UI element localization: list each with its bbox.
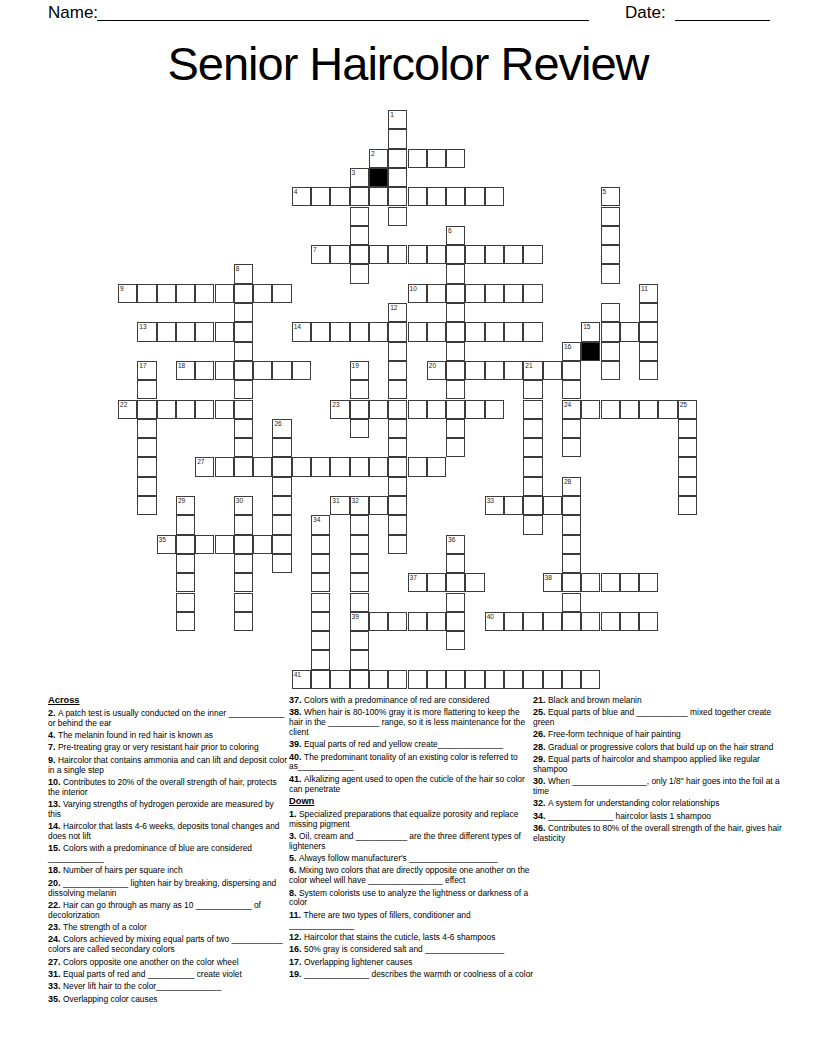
grid-cell[interactable]	[581, 670, 600, 689]
grid-cell[interactable]	[446, 400, 465, 419]
grid-cell[interactable]	[446, 612, 465, 631]
grid-cell[interactable]	[388, 535, 407, 554]
grid-cell[interactable]	[446, 573, 465, 592]
grid-cell[interactable]: 38	[543, 573, 562, 592]
grid-cell[interactable]	[350, 650, 369, 669]
grid-cell[interactable]	[195, 284, 214, 303]
grid-cell[interactable]	[446, 187, 465, 206]
grid-cell[interactable]	[523, 284, 542, 303]
grid-cell[interactable]: 11	[639, 284, 658, 303]
grid-cell[interactable]	[157, 400, 176, 419]
grid-cell[interactable]	[581, 400, 600, 419]
grid-cell[interactable]	[388, 342, 407, 361]
grid-cell[interactable]	[350, 207, 369, 226]
grid-cell[interactable]: 29	[176, 496, 195, 515]
grid-cell[interactable]	[427, 322, 446, 341]
grid-cell[interactable]	[446, 593, 465, 612]
grid-cell[interactable]	[639, 573, 658, 592]
grid-cell[interactable]	[137, 457, 156, 476]
grid-cell[interactable]	[465, 322, 484, 341]
grid-cell[interactable]	[388, 400, 407, 419]
grid-cell[interactable]: 24	[562, 400, 581, 419]
grid-cell[interactable]	[369, 496, 388, 515]
grid-cell[interactable]	[350, 573, 369, 592]
grid-cell[interactable]	[523, 400, 542, 419]
grid-cell[interactable]	[369, 457, 388, 476]
grid-cell[interactable]	[562, 573, 581, 592]
grid-cell[interactable]	[523, 380, 542, 399]
grid-cell[interactable]	[601, 400, 620, 419]
grid-cell[interactable]: 21	[523, 361, 542, 380]
grid-cell[interactable]	[137, 419, 156, 438]
grid-cell[interactable]	[427, 612, 446, 631]
grid-cell[interactable]	[408, 612, 427, 631]
grid-cell[interactable]: 34	[311, 515, 330, 534]
grid-cell[interactable]	[292, 361, 311, 380]
grid-cell[interactable]	[446, 149, 465, 168]
grid-cell[interactable]	[601, 264, 620, 283]
grid-cell[interactable]	[523, 612, 542, 631]
grid-cell[interactable]	[253, 535, 272, 554]
grid-cell[interactable]	[427, 400, 446, 419]
grid-cell[interactable]: 26	[272, 419, 291, 438]
grid-cell[interactable]: 40	[485, 612, 504, 631]
grid-cell[interactable]	[485, 322, 504, 341]
grid-cell[interactable]	[176, 322, 195, 341]
grid-cell[interactable]	[234, 400, 253, 419]
grid-cell[interactable]	[350, 400, 369, 419]
grid-cell[interactable]	[311, 593, 330, 612]
grid-cell[interactable]	[176, 535, 195, 554]
grid-cell[interactable]	[272, 361, 291, 380]
grid-cell[interactable]	[523, 515, 542, 534]
grid-cell[interactable]	[195, 361, 214, 380]
grid-cell[interactable]	[465, 573, 484, 592]
grid-cell[interactable]	[176, 515, 195, 534]
grid-cell[interactable]	[350, 554, 369, 573]
grid-cell[interactable]	[485, 361, 504, 380]
grid-cell[interactable]	[195, 322, 214, 341]
grid-cell[interactable]	[620, 612, 639, 631]
grid-cell[interactable]	[427, 187, 446, 206]
grid-cell[interactable]	[388, 149, 407, 168]
grid-cell[interactable]	[388, 670, 407, 689]
grid-cell[interactable]	[388, 168, 407, 187]
grid-cell[interactable]	[523, 438, 542, 457]
grid-cell[interactable]: 6	[446, 226, 465, 245]
grid-cell[interactable]	[388, 515, 407, 534]
grid-cell[interactable]	[601, 612, 620, 631]
grid-cell[interactable]	[350, 419, 369, 438]
grid-cell[interactable]	[601, 322, 620, 341]
grid-cell[interactable]: 9	[118, 284, 137, 303]
grid-cell[interactable]: 5	[601, 187, 620, 206]
grid-cell[interactable]	[137, 496, 156, 515]
cell-number-label: 24	[564, 401, 571, 408]
grid-cell[interactable]	[176, 284, 195, 303]
grid-cell[interactable]	[504, 361, 523, 380]
grid-cell[interactable]	[350, 670, 369, 689]
grid-cell[interactable]: 27	[195, 457, 214, 476]
grid-cell[interactable]	[446, 342, 465, 361]
clue-item: 29. Equal parts of haircolor and shampoo…	[533, 754, 785, 775]
clue-item: 41. Alkalizing agent used to open the cu…	[289, 774, 535, 795]
grid-cell[interactable]: 37	[408, 573, 427, 592]
grid-cell[interactable]: 13	[137, 322, 156, 341]
grid-cell[interactable]	[350, 226, 369, 245]
grid-cell[interactable]	[369, 322, 388, 341]
grid-cell[interactable]	[234, 457, 253, 476]
grid-cell[interactable]	[176, 400, 195, 419]
grid-cell[interactable]	[176, 573, 195, 592]
grid-cell[interactable]	[215, 322, 234, 341]
grid-cell[interactable]	[350, 187, 369, 206]
grid-cell[interactable]	[562, 496, 581, 515]
grid-cell[interactable]	[195, 400, 214, 419]
grid-cell[interactable]	[639, 400, 658, 419]
grid-cell[interactable]	[678, 477, 697, 496]
grid-cell[interactable]: 23	[330, 400, 349, 419]
grid-cell[interactable]: 4	[292, 187, 311, 206]
grid-cell[interactable]	[543, 496, 562, 515]
grid-cell[interactable]	[388, 612, 407, 631]
grid-cell[interactable]	[330, 457, 349, 476]
grid-cell[interactable]	[388, 477, 407, 496]
grid-cell[interactable]	[176, 593, 195, 612]
grid-cell[interactable]	[215, 284, 234, 303]
grid-cell[interactable]	[620, 400, 639, 419]
grid-cell[interactable]	[639, 303, 658, 322]
grid-cell[interactable]	[272, 438, 291, 457]
grid-cell[interactable]	[137, 380, 156, 399]
grid-cell[interactable]	[446, 245, 465, 264]
grid-cell[interactable]	[253, 284, 272, 303]
grid-cell[interactable]	[176, 554, 195, 573]
grid-cell[interactable]: 2	[369, 149, 388, 168]
grid-cell[interactable]	[427, 457, 446, 476]
grid-cell[interactable]	[234, 419, 253, 438]
grid-cell[interactable]: 17	[137, 361, 156, 380]
grid-cell[interactable]	[234, 612, 253, 631]
grid-cell[interactable]	[234, 342, 253, 361]
grid-cell[interactable]: 19	[350, 361, 369, 380]
grid-cell[interactable]	[388, 129, 407, 148]
grid-cell[interactable]	[465, 284, 484, 303]
grid-cell[interactable]	[504, 245, 523, 264]
grid-cell[interactable]	[330, 670, 349, 689]
grid-cell[interactable]	[427, 245, 446, 264]
grid-cell[interactable]	[562, 670, 581, 689]
grid-cell[interactable]	[311, 573, 330, 592]
grid-cell[interactable]	[562, 380, 581, 399]
grid-cell[interactable]	[446, 322, 465, 341]
grid-cell[interactable]	[523, 477, 542, 496]
grid-cell[interactable]	[601, 303, 620, 322]
grid-cell[interactable]	[427, 670, 446, 689]
grid-cell[interactable]	[465, 187, 484, 206]
grid-cell[interactable]	[465, 361, 484, 380]
grid-cell[interactable]	[350, 535, 369, 554]
grid-cell[interactable]	[446, 631, 465, 650]
grid-cell[interactable]	[601, 342, 620, 361]
clue-item: 34. ______________ haircolor lasts 1 sha…	[533, 811, 785, 822]
grid-cell[interactable]	[388, 419, 407, 438]
grid-cell[interactable]	[446, 361, 465, 380]
grid-cell[interactable]	[369, 400, 388, 419]
clue-item: 33. Never lift hair to the color________…	[48, 981, 288, 992]
grid-cell[interactable]	[350, 380, 369, 399]
clue-number: 2.	[48, 708, 58, 718]
grid-cell[interactable]	[620, 573, 639, 592]
grid-cell[interactable]	[523, 322, 542, 341]
grid-cell[interactable]	[485, 670, 504, 689]
grid-cell[interactable]	[408, 670, 427, 689]
grid-cell[interactable]	[369, 245, 388, 264]
grid-cell[interactable]	[330, 245, 349, 264]
grid-cell[interactable]	[427, 149, 446, 168]
grid-cell[interactable]	[234, 284, 253, 303]
grid-cell[interactable]	[253, 457, 272, 476]
grid-cell[interactable]	[350, 245, 369, 264]
grid-cell[interactable]	[446, 303, 465, 322]
grid-cell[interactable]: 14	[292, 322, 311, 341]
grid-cell[interactable]	[562, 515, 581, 534]
grid-cell[interactable]	[562, 593, 581, 612]
grid-cell[interactable]: 36	[446, 535, 465, 554]
grid-cell[interactable]	[137, 477, 156, 496]
grid-cell[interactable]	[408, 322, 427, 341]
grid-cell[interactable]	[446, 554, 465, 573]
grid-cell[interactable]	[523, 457, 542, 476]
grid-cell[interactable]	[485, 187, 504, 206]
grid-cell[interactable]	[311, 322, 330, 341]
clue-number: 12.	[289, 932, 304, 942]
grid-cell[interactable]	[504, 322, 523, 341]
grid-cell[interactable]	[504, 612, 523, 631]
grid-cell[interactable]	[215, 457, 234, 476]
grid-cell[interactable]	[350, 631, 369, 650]
grid-cell[interactable]	[388, 496, 407, 515]
grid-cell[interactable]	[234, 573, 253, 592]
grid-cell[interactable]	[562, 535, 581, 554]
grid-cell[interactable]	[639, 361, 658, 380]
grid-cell[interactable]	[292, 457, 311, 476]
grid-cell[interactable]	[234, 438, 253, 457]
grid-cell[interactable]: 1	[388, 110, 407, 129]
cell-number-label: 3	[352, 169, 356, 176]
grid-cell[interactable]	[427, 573, 446, 592]
grid-cell[interactable]	[272, 284, 291, 303]
grid-cell[interactable]	[523, 245, 542, 264]
grid-cell[interactable]	[157, 322, 176, 341]
grid-cell[interactable]	[408, 245, 427, 264]
grid-cell[interactable]	[543, 612, 562, 631]
grid-cell[interactable]: 18	[176, 361, 195, 380]
grid-cell[interactable]	[485, 400, 504, 419]
grid-cell[interactable]	[195, 535, 214, 554]
grid-cell[interactable]: 8	[234, 264, 253, 283]
grid-cell[interactable]	[601, 207, 620, 226]
grid-cell[interactable]	[639, 342, 658, 361]
grid-cell[interactable]	[658, 400, 677, 419]
grid-cell[interactable]	[350, 515, 369, 534]
grid-cell[interactable]	[523, 496, 542, 515]
grid-cell[interactable]	[543, 670, 562, 689]
grid-cell[interactable]	[311, 670, 330, 689]
grid-cell[interactable]	[369, 670, 388, 689]
grid-cell[interactable]	[311, 650, 330, 669]
grid-cell[interactable]	[272, 457, 291, 476]
grid-cell[interactable]	[388, 380, 407, 399]
grid-cell[interactable]	[446, 419, 465, 438]
date-blank-line[interactable]	[675, 2, 770, 21]
grid-cell[interactable]	[234, 554, 253, 573]
grid-cell[interactable]: 25	[678, 400, 697, 419]
grid-cell[interactable]	[215, 361, 234, 380]
grid-cell[interactable]	[311, 631, 330, 650]
grid-cell[interactable]	[330, 187, 349, 206]
grid-cell[interactable]: 28	[562, 477, 581, 496]
grid-cell[interactable]	[601, 361, 620, 380]
grid-cell[interactable]	[176, 612, 195, 631]
grid-cell[interactable]	[137, 400, 156, 419]
grid-cell[interactable]	[388, 438, 407, 457]
cell-number-label: 31	[332, 497, 339, 504]
grid-cell[interactable]	[446, 380, 465, 399]
grid-cell[interactable]	[581, 612, 600, 631]
grid-cell[interactable]	[504, 670, 523, 689]
grid-cell[interactable]: 33	[485, 496, 504, 515]
grid-cell[interactable]: 7	[311, 245, 330, 264]
grid-cell[interactable]	[678, 419, 697, 438]
grid-cell[interactable]	[562, 438, 581, 457]
grid-cell[interactable]	[350, 457, 369, 476]
grid-cell[interactable]	[485, 284, 504, 303]
grid-cell[interactable]	[543, 361, 562, 380]
grid-cell[interactable]	[620, 322, 639, 341]
clue-number: 18.	[48, 865, 63, 875]
grid-cell[interactable]	[388, 322, 407, 341]
grid-cell[interactable]	[311, 457, 330, 476]
grid-cell[interactable]	[446, 284, 465, 303]
grid-cell[interactable]	[234, 322, 253, 341]
grid-cell[interactable]: 30	[234, 496, 253, 515]
grid-cell[interactable]: 20	[427, 361, 446, 380]
grid-cell[interactable]	[157, 284, 176, 303]
grid-cell[interactable]	[388, 245, 407, 264]
grid-cell[interactable]	[369, 612, 388, 631]
name-blank-line[interactable]	[97, 2, 589, 21]
grid-cell[interactable]	[137, 284, 156, 303]
clue-item: 30. When ________________, only 1/8" hai…	[533, 776, 785, 797]
grid-cell[interactable]	[234, 361, 253, 380]
grid-cell[interactable]: 10	[408, 284, 427, 303]
grid-cell[interactable]	[311, 535, 330, 554]
grid-cell[interactable]	[272, 477, 291, 496]
grid-cell[interactable]	[562, 419, 581, 438]
grid-cell[interactable]	[272, 515, 291, 534]
grid-cell[interactable]	[408, 457, 427, 476]
grid-cell[interactable]	[253, 361, 272, 380]
grid-cell[interactable]	[562, 361, 581, 380]
grid-cell[interactable]: 41	[292, 670, 311, 689]
clue-item: 26. Free-form technique of hair painting	[533, 729, 785, 740]
grid-cell[interactable]: 12	[388, 303, 407, 322]
grid-cell[interactable]	[272, 554, 291, 573]
grid-cell[interactable]: 32	[350, 496, 369, 515]
grid-cell[interactable]: 15	[581, 322, 600, 341]
grid-cell[interactable]: 22	[118, 400, 137, 419]
grid-cell[interactable]	[388, 361, 407, 380]
grid-cell[interactable]	[350, 264, 369, 283]
grid-cell[interactable]	[601, 245, 620, 264]
grid-cell[interactable]	[427, 284, 446, 303]
grid-cell[interactable]	[601, 573, 620, 592]
grid-cell[interactable]	[465, 245, 484, 264]
grid-cell[interactable]	[678, 457, 697, 476]
grid-cell[interactable]	[562, 612, 581, 631]
grid-cell[interactable]: 39	[350, 612, 369, 631]
grid-cell[interactable]	[350, 593, 369, 612]
grid-cell[interactable]	[408, 149, 427, 168]
grid-cell[interactable]	[504, 284, 523, 303]
grid-cell[interactable]	[562, 554, 581, 573]
grid-cell[interactable]	[678, 496, 697, 515]
grid-cell[interactable]	[215, 535, 234, 554]
grid-cell[interactable]	[446, 264, 465, 283]
grid-cell[interactable]	[350, 322, 369, 341]
grid-cell[interactable]	[504, 496, 523, 515]
grid-cell[interactable]	[485, 245, 504, 264]
grid-cell[interactable]: 31	[330, 496, 349, 515]
grid-cell[interactable]: 35	[157, 535, 176, 554]
grid-cell[interactable]: 16	[562, 342, 581, 361]
grid-cell[interactable]	[523, 419, 542, 438]
grid-cell[interactable]	[446, 438, 465, 457]
grid-cell[interactable]	[408, 400, 427, 419]
grid-cell[interactable]	[311, 612, 330, 631]
grid-cell[interactable]	[369, 187, 388, 206]
grid-cell[interactable]	[388, 207, 407, 226]
grid-cell[interactable]	[639, 322, 658, 341]
grid-cell[interactable]	[581, 573, 600, 592]
grid-cell[interactable]	[330, 322, 349, 341]
grid-cell[interactable]	[137, 438, 156, 457]
grid-cell[interactable]	[234, 380, 253, 399]
grid-cell[interactable]	[523, 670, 542, 689]
grid-cell[interactable]	[234, 303, 253, 322]
grid-cell[interactable]	[465, 670, 484, 689]
grid-cell[interactable]	[272, 535, 291, 554]
grid-cell[interactable]	[234, 535, 253, 554]
grid-cell[interactable]	[678, 438, 697, 457]
grid-cell[interactable]	[311, 554, 330, 573]
grid-cell[interactable]	[311, 187, 330, 206]
grid-cell[interactable]	[388, 457, 407, 476]
grid-cell[interactable]: 3	[350, 168, 369, 187]
grid-cell[interactable]	[234, 593, 253, 612]
clue-item: 38. When hair is 80-100% gray it is more…	[289, 707, 535, 737]
grid-cell[interactable]	[215, 400, 234, 419]
grid-cell[interactable]	[234, 515, 253, 534]
grid-cell[interactable]	[601, 226, 620, 245]
grid-cell[interactable]	[388, 187, 407, 206]
grid-cell[interactable]	[446, 670, 465, 689]
grid-cell[interactable]	[639, 612, 658, 631]
grid-cell[interactable]	[272, 496, 291, 515]
grid-cell[interactable]	[465, 400, 484, 419]
grid-cell[interactable]	[408, 187, 427, 206]
